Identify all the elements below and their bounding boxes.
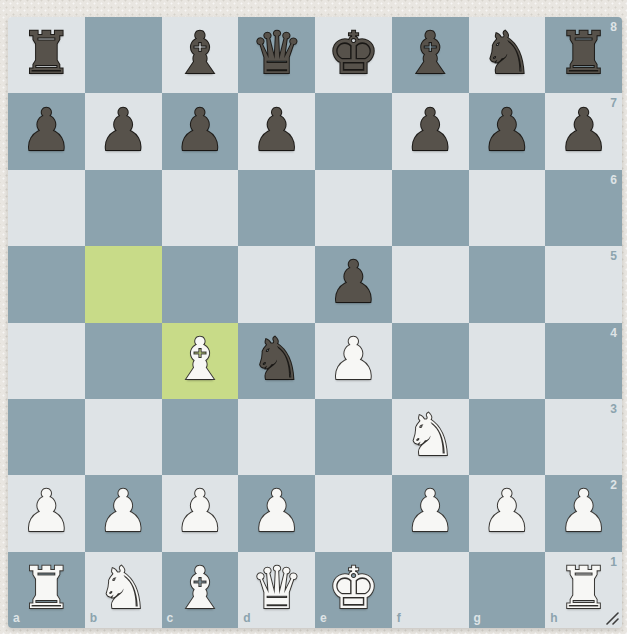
file-label-b: b: [90, 612, 97, 624]
rank-label-8: 8: [610, 21, 617, 33]
white-pawn[interactable]: ♟: [481, 482, 533, 544]
square-b8[interactable]: [85, 17, 162, 93]
square-a5[interactable]: [8, 246, 85, 322]
black-pawn[interactable]: ♟: [20, 101, 72, 163]
square-a6[interactable]: [8, 170, 85, 246]
square-b2[interactable]: ♟: [85, 475, 162, 551]
square-h5[interactable]: 5: [545, 246, 622, 322]
white-pawn[interactable]: ♟: [97, 482, 149, 544]
square-f5[interactable]: [392, 246, 469, 322]
black-king[interactable]: ♚: [327, 24, 379, 86]
white-pawn[interactable]: ♟: [20, 482, 72, 544]
square-g5[interactable]: [469, 246, 546, 322]
black-pawn[interactable]: ♟: [404, 101, 456, 163]
square-f6[interactable]: [392, 170, 469, 246]
square-h6[interactable]: 6: [545, 170, 622, 246]
square-b3[interactable]: [85, 399, 162, 475]
square-e6[interactable]: [315, 170, 392, 246]
square-d7[interactable]: ♟: [238, 93, 315, 169]
square-h3[interactable]: 3: [545, 399, 622, 475]
square-d6[interactable]: [238, 170, 315, 246]
rank-label-7: 7: [610, 97, 617, 109]
square-c4[interactable]: ♝: [162, 323, 239, 399]
square-f1[interactable]: f: [392, 552, 469, 628]
file-label-d: d: [243, 612, 250, 624]
square-a4[interactable]: [8, 323, 85, 399]
square-h8[interactable]: 8♜: [545, 17, 622, 93]
black-pawn[interactable]: ♟: [97, 101, 149, 163]
white-knight[interactable]: ♞: [404, 406, 456, 468]
white-rook[interactable]: ♜: [558, 559, 610, 621]
square-c2[interactable]: ♟: [162, 475, 239, 551]
square-e2[interactable]: [315, 475, 392, 551]
white-bishop[interactable]: ♝: [174, 330, 226, 392]
square-h2[interactable]: 2♟: [545, 475, 622, 551]
black-knight[interactable]: ♞: [481, 24, 533, 86]
square-c7[interactable]: ♟: [162, 93, 239, 169]
black-pawn[interactable]: ♟: [327, 253, 379, 315]
square-g3[interactable]: [469, 399, 546, 475]
square-b6[interactable]: [85, 170, 162, 246]
square-a1[interactable]: a♜: [8, 552, 85, 628]
square-e7[interactable]: [315, 93, 392, 169]
square-c6[interactable]: [162, 170, 239, 246]
square-e5[interactable]: ♟: [315, 246, 392, 322]
square-f4[interactable]: [392, 323, 469, 399]
black-rook[interactable]: ♜: [558, 24, 610, 86]
square-h7[interactable]: 7♟: [545, 93, 622, 169]
square-d1[interactable]: d♛: [238, 552, 315, 628]
square-b7[interactable]: ♟: [85, 93, 162, 169]
file-label-c: c: [167, 612, 174, 624]
white-pawn[interactable]: ♟: [251, 482, 303, 544]
square-g6[interactable]: [469, 170, 546, 246]
square-f8[interactable]: ♝: [392, 17, 469, 93]
black-pawn[interactable]: ♟: [481, 101, 533, 163]
square-e3[interactable]: [315, 399, 392, 475]
square-d4[interactable]: ♞: [238, 323, 315, 399]
white-king[interactable]: ♚: [327, 559, 379, 621]
square-d2[interactable]: ♟: [238, 475, 315, 551]
square-a8[interactable]: ♜: [8, 17, 85, 93]
black-pawn[interactable]: ♟: [251, 101, 303, 163]
rank-label-2: 2: [610, 479, 617, 491]
white-pawn[interactable]: ♟: [404, 482, 456, 544]
square-g7[interactable]: ♟: [469, 93, 546, 169]
file-label-e: e: [320, 612, 327, 624]
square-e1[interactable]: e♚: [315, 552, 392, 628]
rank-label-1: 1: [610, 556, 617, 568]
white-knight[interactable]: ♞: [97, 559, 149, 621]
square-b5[interactable]: [85, 246, 162, 322]
chess-board[interactable]: ♜♝♛♚♝♞8♜♟♟♟♟♟♟7♟6♟5♝♞♟4♞3♟♟♟♟♟♟2♟a♜b♞c♝d…: [8, 17, 622, 628]
white-pawn[interactable]: ♟: [327, 330, 379, 392]
rank-label-5: 5: [610, 250, 617, 262]
black-pawn[interactable]: ♟: [174, 101, 226, 163]
white-pawn[interactable]: ♟: [558, 482, 610, 544]
rank-label-6: 6: [610, 174, 617, 186]
black-pawn[interactable]: ♟: [558, 101, 610, 163]
rank-label-4: 4: [610, 327, 617, 339]
white-rook[interactable]: ♜: [20, 559, 72, 621]
black-knight[interactable]: ♞: [251, 330, 303, 392]
square-a3[interactable]: [8, 399, 85, 475]
white-bishop[interactable]: ♝: [174, 559, 226, 621]
square-h4[interactable]: 4: [545, 323, 622, 399]
square-f3[interactable]: ♞: [392, 399, 469, 475]
square-e8[interactable]: ♚: [315, 17, 392, 93]
square-a2[interactable]: ♟: [8, 475, 85, 551]
square-f7[interactable]: ♟: [392, 93, 469, 169]
white-queen[interactable]: ♛: [251, 559, 303, 621]
rank-label-3: 3: [610, 403, 617, 415]
square-b4[interactable]: [85, 323, 162, 399]
resize-handle-icon[interactable]: [605, 611, 619, 625]
square-d5[interactable]: [238, 246, 315, 322]
file-label-a: a: [13, 612, 20, 624]
square-g4[interactable]: [469, 323, 546, 399]
square-e4[interactable]: ♟: [315, 323, 392, 399]
file-label-g: g: [474, 612, 481, 624]
black-bishop[interactable]: ♝: [174, 24, 226, 86]
black-bishop[interactable]: ♝: [404, 24, 456, 86]
square-g1[interactable]: g: [469, 552, 546, 628]
square-g8[interactable]: ♞: [469, 17, 546, 93]
square-c5[interactable]: [162, 246, 239, 322]
square-c1[interactable]: c♝: [162, 552, 239, 628]
square-a7[interactable]: ♟: [8, 93, 85, 169]
square-g2[interactable]: ♟: [469, 475, 546, 551]
square-c3[interactable]: [162, 399, 239, 475]
file-label-f: f: [397, 612, 401, 624]
square-f2[interactable]: ♟: [392, 475, 469, 551]
black-rook[interactable]: ♜: [20, 24, 72, 86]
square-d3[interactable]: [238, 399, 315, 475]
square-c8[interactable]: ♝: [162, 17, 239, 93]
page-background: ♜♝♛♚♝♞8♜♟♟♟♟♟♟7♟6♟5♝♞♟4♞3♟♟♟♟♟♟2♟a♜b♞c♝d…: [0, 0, 627, 634]
square-b1[interactable]: b♞: [85, 552, 162, 628]
white-pawn[interactable]: ♟: [174, 482, 226, 544]
black-queen[interactable]: ♛: [251, 24, 303, 86]
square-d8[interactable]: ♛: [238, 17, 315, 93]
file-label-h: h: [550, 612, 557, 624]
